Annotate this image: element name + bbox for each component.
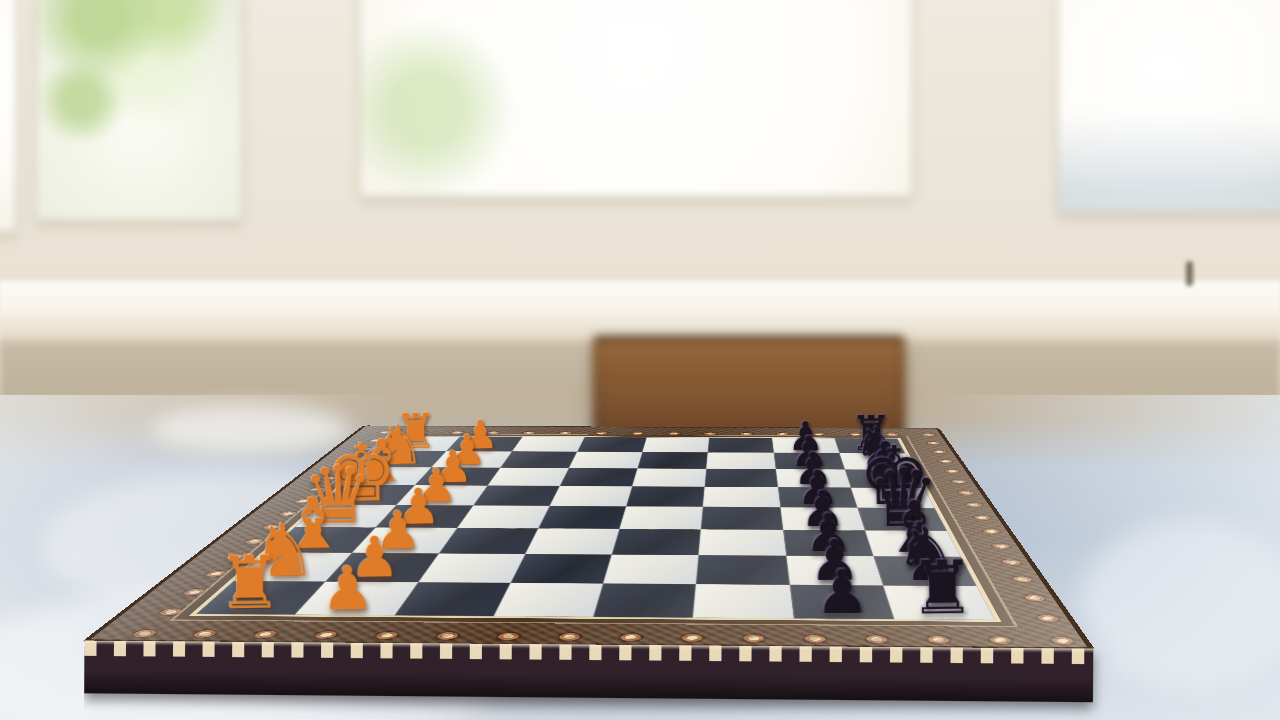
- window-pane-far-left: [0, 0, 16, 232]
- square-f4[interactable]: [560, 468, 638, 486]
- window-pane-center: [360, 0, 912, 196]
- square-a1[interactable]: ♜: [196, 581, 325, 615]
- square-a4[interactable]: [493, 583, 603, 617]
- square-e4[interactable]: [549, 486, 632, 506]
- square-h5[interactable]: [642, 437, 709, 452]
- square-a7[interactable]: ♟: [789, 585, 894, 619]
- table-light-patch: [150, 405, 350, 453]
- square-g4[interactable]: [569, 452, 643, 469]
- square-a5[interactable]: [593, 583, 696, 617]
- window-pane-left-with-foliage: [36, 0, 242, 220]
- square-g6[interactable]: [706, 452, 775, 469]
- square-c3[interactable]: [439, 528, 538, 554]
- square-b5[interactable]: [603, 554, 699, 584]
- square-a3[interactable]: [394, 582, 510, 616]
- photo-scene: ♜♟♟♜♞♟♟♞♝♟♟♝♚♟♟♚♛♟♟♛♝♟♟♝♞♟♟♞♜♟♟♜: [0, 0, 1280, 720]
- window-pane-right: [1058, 0, 1280, 212]
- square-c6[interactable]: [699, 529, 786, 555]
- wall-mark: [1186, 261, 1193, 286]
- square-d4[interactable]: [538, 506, 626, 529]
- piece-black-rook-a8[interactable]: ♜: [909, 557, 976, 620]
- piece-white-pawn-a2[interactable]: ♟: [321, 563, 375, 615]
- square-d3[interactable]: [457, 506, 550, 529]
- square-b4[interactable]: [510, 554, 611, 584]
- piece-black-pawn-a7[interactable]: ♟: [815, 567, 870, 619]
- square-b3[interactable]: [418, 553, 525, 583]
- square-h6[interactable]: [708, 438, 774, 453]
- square-d6[interactable]: [701, 507, 783, 530]
- square-b6[interactable]: [696, 555, 789, 585]
- square-g5[interactable]: [638, 452, 708, 469]
- square-f3[interactable]: [487, 468, 568, 486]
- square-g3[interactable]: [500, 451, 577, 468]
- square-e6[interactable]: [703, 487, 780, 508]
- square-e3[interactable]: [473, 486, 560, 506]
- square-c4[interactable]: [525, 528, 619, 554]
- square-f6[interactable]: [705, 469, 778, 487]
- square-h4[interactable]: [577, 437, 647, 452]
- board-grid: ♜♟♟♜♞♟♟♞♝♟♟♝♚♟♟♚♛♟♟♛♝♟♟♝♞♟♟♞♜♟♟♜: [189, 435, 1001, 621]
- square-h3[interactable]: [512, 437, 585, 452]
- square-c5[interactable]: [612, 529, 701, 555]
- square-d5[interactable]: [619, 506, 703, 529]
- piece-white-rook-a1[interactable]: ♜: [218, 552, 283, 614]
- board-edge-face: [84, 640, 1093, 702]
- square-f5[interactable]: [632, 468, 706, 486]
- square-a8[interactable]: ♜: [883, 585, 995, 619]
- square-e5[interactable]: [626, 486, 705, 507]
- square-a6[interactable]: [693, 584, 793, 618]
